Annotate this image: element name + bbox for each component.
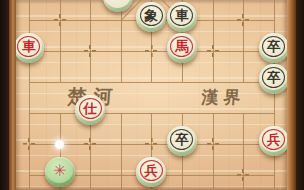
piece-face bbox=[104, 0, 131, 8]
piece-face: 卒 bbox=[260, 65, 287, 90]
piece-character: 卒 bbox=[175, 133, 189, 147]
piece-black-soldier-1[interactable]: 卒 bbox=[259, 33, 289, 63]
piece-character: 車 bbox=[22, 40, 36, 54]
piece-character: 卒 bbox=[267, 40, 281, 54]
piece-grid: 象車車馬卒卒仕卒兵✳兵 bbox=[14, 0, 289, 190]
piece-red-soldier-1[interactable]: 兵 bbox=[259, 126, 289, 156]
piece-red-advisor[interactable]: 仕 bbox=[75, 95, 105, 125]
piece-face: ✳ bbox=[46, 158, 73, 183]
piece-black-soldier-3[interactable]: 卒 bbox=[167, 126, 197, 156]
hidden-flower-icon: ✳ bbox=[53, 163, 66, 179]
piece-black-soldier-2[interactable]: 卒 bbox=[259, 64, 289, 94]
piece-face: 仕 bbox=[77, 96, 104, 121]
piece-character: 車 bbox=[175, 9, 189, 23]
piece-red-soldier-2[interactable]: 兵 bbox=[136, 157, 166, 187]
piece-face: 象 bbox=[138, 3, 165, 28]
piece-face: 兵 bbox=[260, 127, 287, 152]
piece-red-horse[interactable]: 馬 bbox=[167, 33, 197, 63]
piece-hidden-flower-piece[interactable]: ✳ bbox=[45, 157, 75, 187]
piece-character: 馬 bbox=[175, 40, 189, 54]
piece-character: 仕 bbox=[83, 102, 97, 116]
xiangqi-board: 楚河 漢界 象車車馬卒卒仕卒兵✳兵 bbox=[0, 0, 304, 190]
piece-character: 兵 bbox=[145, 164, 159, 178]
piece-face: 卒 bbox=[168, 127, 195, 152]
move-indicator-dot[interactable] bbox=[56, 141, 63, 148]
board-frame-left bbox=[9, 0, 16, 190]
letterbox-bar-left bbox=[0, 0, 9, 190]
piece-character: 卒 bbox=[267, 71, 281, 85]
piece-black-chariot[interactable]: 車 bbox=[167, 2, 197, 32]
letterbox-bar-right bbox=[296, 0, 304, 190]
piece-face: 卒 bbox=[260, 34, 287, 59]
piece-character: 象 bbox=[145, 9, 159, 23]
piece-red-chariot[interactable]: 車 bbox=[14, 33, 44, 63]
board-frame-right bbox=[287, 0, 296, 190]
piece-face: 車 bbox=[15, 34, 42, 59]
piece-face: 馬 bbox=[168, 34, 195, 59]
piece-face: 車 bbox=[168, 3, 195, 28]
piece-black-elephant[interactable]: 象 bbox=[136, 2, 166, 32]
piece-face: 兵 bbox=[138, 158, 165, 183]
piece-character: 兵 bbox=[267, 133, 281, 147]
piece-cropped-piece-top-edge[interactable] bbox=[103, 0, 133, 12]
